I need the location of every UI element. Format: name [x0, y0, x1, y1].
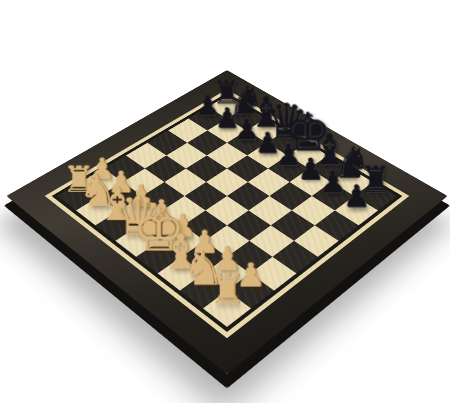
square-e4[interactable] [205, 196, 248, 225]
piece-black-p-h7[interactable]: ♟ [343, 181, 370, 212]
chess-piece-glyph: ♜ [209, 270, 246, 311]
square-h4[interactable] [272, 241, 317, 274]
chess-piece-glyph: ♟ [343, 181, 370, 212]
square-g5[interactable] [271, 210, 315, 240]
square-f4[interactable] [227, 210, 271, 240]
square-h5[interactable] [294, 225, 339, 256]
piece-white-r-h1[interactable]: ♜ [209, 270, 246, 311]
chess-board: ♜♞♟♝♟♛♟♚♟♝♟♞♟♟♜♟♟♜♟♟♞♟♝♟♛♟♚♟♝♟♞♜ [6, 70, 447, 374]
chess-set-photo: ♜♞♟♝♟♛♟♚♟♝♟♞♟♟♜♟♟♜♟♟♞♟♝♟♛♟♚♟♝♟♞♜ [0, 0, 450, 403]
square-g4[interactable] [249, 225, 294, 256]
square-h6[interactable] [315, 210, 359, 240]
square-f5[interactable] [249, 196, 292, 225]
square-g6[interactable] [292, 196, 335, 225]
